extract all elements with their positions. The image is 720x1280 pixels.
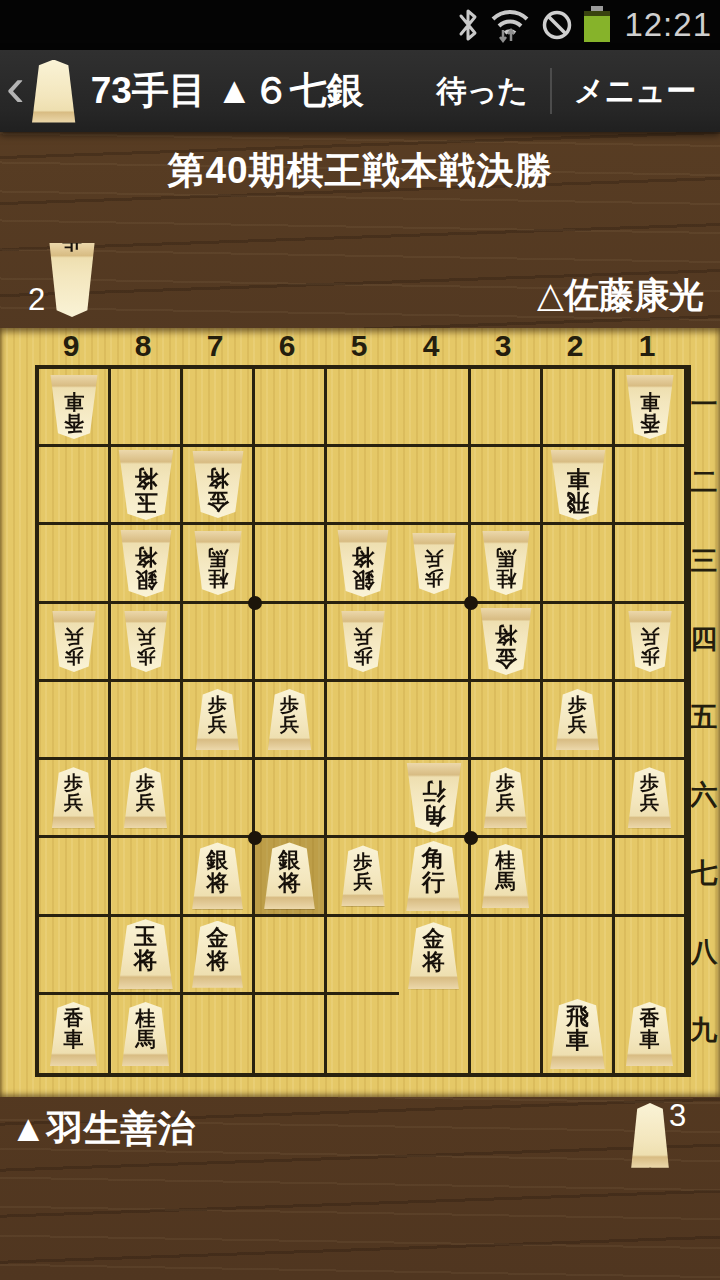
board-cell-2七[interactable] — [543, 838, 615, 916]
board-cell-7一[interactable] — [183, 369, 255, 447]
board-cell-6五[interactable]: 歩兵 — [255, 682, 327, 760]
shogi-piece-gote-銀将[interactable]: 銀将 — [119, 530, 173, 597]
board-cell-8四[interactable]: 歩兵 — [111, 604, 183, 682]
event-title: 第40期棋王戦本戦決勝 — [0, 146, 720, 196]
board-cell-9八[interactable] — [39, 917, 111, 995]
board-cell-6八[interactable] — [255, 917, 327, 995]
board-cell-5七[interactable]: 歩兵 — [327, 838, 399, 916]
board-cell-4八[interactable]: 金将 — [399, 917, 471, 995]
shogi-piece-gote-銀将[interactable]: 銀将 — [336, 530, 390, 597]
file-label-1: 1 — [611, 329, 683, 363]
board-cell-8三[interactable]: 銀将 — [111, 525, 183, 603]
bluetooth-icon — [456, 7, 480, 43]
gote-hand-pawn[interactable]: 歩 兵 — [48, 243, 96, 317]
board-cell-2一[interactable] — [543, 369, 615, 447]
board-cell-2二[interactable]: 飛車 — [543, 447, 615, 525]
shogi-board-grid: 香車香車玉将金将飛車銀将桂馬銀将歩兵桂馬歩兵歩兵歩兵金将歩兵歩兵歩兵歩兵歩兵歩兵… — [35, 365, 691, 1077]
file-label-2: 2 — [539, 329, 611, 363]
board-cell-7三[interactable]: 桂馬 — [183, 525, 255, 603]
battery-icon — [584, 6, 610, 44]
shogi-piece-gote-歩兵[interactable]: 歩兵 — [51, 611, 97, 672]
no-signal-icon — [540, 8, 574, 42]
board-cell-6二[interactable] — [255, 447, 327, 525]
board-cell-8一[interactable] — [111, 369, 183, 447]
board-cell-1七[interactable] — [615, 838, 687, 916]
board-cell-8五[interactable] — [111, 682, 183, 760]
shogi-piece-gote-歩兵[interactable]: 歩兵 — [411, 533, 457, 594]
shogi-piece-sente-玉将[interactable]: 玉将 — [117, 919, 175, 989]
shogi-piece-sente-飛車[interactable]: 飛車 — [549, 999, 607, 1069]
hoshi-dot — [464, 596, 478, 610]
file-label-8: 8 — [107, 329, 179, 363]
status-bar: 12:21 — [0, 0, 720, 50]
board-cell-3七[interactable]: 桂馬 — [471, 838, 543, 916]
board-cell-7七[interactable]: 銀将 — [183, 838, 255, 916]
shogi-piece-sente-金将[interactable]: 金将 — [191, 921, 245, 988]
board-cell-4七[interactable]: 角行 — [399, 838, 471, 916]
shogi-piece-sente-角行[interactable]: 角行 — [405, 841, 463, 911]
shogi-piece-gote-桂馬[interactable]: 桂馬 — [481, 531, 531, 595]
board-cell-8七[interactable] — [111, 838, 183, 916]
shogi-piece-sente-銀将[interactable]: 銀将 — [263, 842, 317, 909]
shogi-piece-gote-香車[interactable]: 香車 — [625, 375, 675, 439]
shogi-piece-sente-金将[interactable]: 金将 — [407, 922, 461, 989]
rank-label-九: 九 — [690, 991, 718, 1069]
board-cell-6四[interactable] — [255, 604, 327, 682]
board-cell-9二[interactable] — [39, 447, 111, 525]
gote-player-name: △佐藤康光 — [537, 272, 704, 319]
shogi-piece-sente-香車[interactable]: 香車 — [625, 1002, 675, 1066]
board-cell-2九[interactable]: 飛車 — [543, 995, 615, 1073]
shogi-piece-gote-角行[interactable]: 角行 — [405, 763, 463, 833]
hoshi-dot — [248, 596, 262, 610]
board-cell-7六[interactable] — [183, 760, 255, 838]
file-label-9: 9 — [35, 329, 107, 363]
board-cell-4五[interactable] — [399, 682, 471, 760]
board-cell-3二[interactable] — [471, 447, 543, 525]
gote-hand-pawn-count: 2 — [28, 282, 45, 318]
shogi-piece-gote-香車[interactable]: 香車 — [49, 375, 99, 439]
board-cell-9六[interactable]: 歩兵 — [39, 760, 111, 838]
shogi-piece-gote-飛車[interactable]: 飛車 — [549, 450, 607, 520]
board-cell-9九[interactable]: 香車 — [39, 995, 111, 1073]
board-cell-1一[interactable]: 香車 — [615, 369, 687, 447]
move-title: 73手目 ▲６七銀 — [91, 66, 364, 116]
board-cell-7八[interactable]: 金将 — [183, 917, 255, 995]
board-cell-3六[interactable]: 歩兵 — [471, 760, 543, 838]
board-cell-8九[interactable]: 桂馬 — [111, 995, 183, 1073]
rank-label-三: 三 — [690, 521, 718, 599]
shogi-piece-sente-桂馬[interactable]: 桂馬 — [121, 1002, 171, 1066]
board-cell-5一[interactable] — [327, 369, 399, 447]
shogi-piece-sente-歩兵[interactable]: 歩兵 — [267, 689, 313, 750]
board-cell-9四[interactable]: 歩兵 — [39, 604, 111, 682]
shogi-piece-sente-歩兵[interactable]: 歩兵 — [555, 689, 601, 750]
board-cell-3四[interactable]: 金将 — [471, 604, 543, 682]
board-cell-6九[interactable] — [255, 995, 327, 1073]
file-label-4: 4 — [395, 329, 467, 363]
board-cell-5五[interactable] — [327, 682, 399, 760]
board-cell-7五[interactable]: 歩兵 — [183, 682, 255, 760]
board-cell-5二[interactable] — [327, 447, 399, 525]
rank-label-六: 六 — [690, 756, 718, 834]
sente-hand-pawn[interactable]: 歩 兵 — [630, 1103, 670, 1168]
shogi-piece-gote-歩兵[interactable]: 歩兵 — [123, 611, 169, 672]
shogi-board-panel: 987654321 一二三四五六七八九 香車香車玉将金将飛車銀将桂馬銀将歩兵桂馬… — [0, 328, 720, 1097]
board-cell-5九[interactable] — [327, 995, 399, 1073]
board-cell-9三[interactable] — [39, 525, 111, 603]
board-cell-3八[interactable] — [471, 917, 543, 995]
matta-button[interactable]: 待った — [426, 71, 537, 112]
shogi-app-screen: { "game": "shogi", "status_bar": { "time… — [0, 0, 720, 1280]
board-cell-2六[interactable] — [543, 760, 615, 838]
header-bar: ‹ 歩 兵 73手目 ▲６七銀 待った メニュー — [0, 50, 720, 132]
shogi-piece-sente-歩兵[interactable]: 歩兵 — [51, 767, 97, 828]
board-cell-4六[interactable]: 角行 — [399, 760, 471, 838]
board-cell-7四[interactable] — [183, 604, 255, 682]
board-cell-9七[interactable] — [39, 838, 111, 916]
sente-player-name: ▲羽生善治 — [10, 1104, 195, 1154]
shogi-piece-sente-歩兵[interactable]: 歩兵 — [340, 845, 386, 906]
shogi-piece-gote-金将[interactable]: 金将 — [479, 608, 533, 675]
shogi-piece-gote-歩兵[interactable]: 歩兵 — [340, 611, 386, 672]
back-button[interactable]: ‹ — [6, 59, 25, 115]
shogi-piece-sente-桂馬[interactable]: 桂馬 — [481, 844, 531, 908]
file-label-5: 5 — [323, 329, 395, 363]
board-cell-9一[interactable]: 香車 — [39, 369, 111, 447]
shogi-piece-sente-歩兵[interactable]: 歩兵 — [195, 689, 241, 750]
board-cell-3九[interactable] — [471, 995, 543, 1073]
file-labels: 987654321 — [35, 329, 683, 363]
board-cell-3一[interactable] — [471, 369, 543, 447]
board-cell-1六[interactable]: 歩兵 — [615, 760, 687, 838]
board-cell-5八[interactable] — [327, 917, 399, 995]
board-cell-2四[interactable] — [543, 604, 615, 682]
shogi-piece-sente-歩兵[interactable]: 歩兵 — [123, 767, 169, 828]
board-cell-2五[interactable]: 歩兵 — [543, 682, 615, 760]
file-label-6: 6 — [251, 329, 323, 363]
board-cell-9五[interactable] — [39, 682, 111, 760]
board-cell-6三[interactable] — [255, 525, 327, 603]
board-cell-4二[interactable] — [399, 447, 471, 525]
board-cell-6六[interactable] — [255, 760, 327, 838]
shogi-piece-gote-金将[interactable]: 金将 — [191, 451, 245, 518]
board-cell-4一[interactable] — [399, 369, 471, 447]
board-cell-8六[interactable]: 歩兵 — [111, 760, 183, 838]
board-cell-7九[interactable] — [183, 995, 255, 1073]
board-cell-1三[interactable] — [615, 525, 687, 603]
file-label-3: 3 — [467, 329, 539, 363]
board-cell-2八[interactable] — [543, 917, 615, 995]
menu-button[interactable]: メニュー — [564, 71, 706, 112]
rank-label-七: 七 — [690, 834, 718, 912]
rank-label-一: 一 — [690, 365, 718, 443]
hoshi-dot — [248, 831, 262, 845]
board-cell-6一[interactable] — [255, 369, 327, 447]
board-cell-2三[interactable] — [543, 525, 615, 603]
board-cell-3五[interactable] — [471, 682, 543, 760]
board-cell-4三[interactable]: 歩兵 — [399, 525, 471, 603]
header-divider — [550, 68, 552, 114]
board-cell-1九[interactable]: 香車 — [615, 995, 687, 1073]
wifi-icon — [490, 6, 530, 44]
shogi-piece-sente-歩兵[interactable]: 歩兵 — [483, 767, 529, 828]
rank-label-二: 二 — [690, 443, 718, 521]
shogi-piece-gote-桂馬[interactable]: 桂馬 — [193, 531, 243, 595]
shogi-piece-gote-玉将[interactable]: 玉将 — [117, 450, 175, 520]
board-cell-5四[interactable]: 歩兵 — [327, 604, 399, 682]
rank-label-四: 四 — [690, 600, 718, 678]
hoshi-dot — [464, 831, 478, 845]
board-cell-6七[interactable]: 銀将 — [255, 838, 327, 916]
file-label-7: 7 — [179, 329, 251, 363]
board-cell-5六[interactable] — [327, 760, 399, 838]
board-cell-1四[interactable]: 歩兵 — [615, 604, 687, 682]
shogi-piece-sente-歩兵[interactable]: 歩兵 — [627, 767, 673, 828]
board-cell-4四[interactable] — [399, 604, 471, 682]
board-cell-4九[interactable] — [399, 995, 471, 1073]
board-cell-8二[interactable]: 玉将 — [111, 447, 183, 525]
board-cell-3三[interactable]: 桂馬 — [471, 525, 543, 603]
sente-hand-pawn-count: 3 — [669, 1098, 686, 1134]
shogi-piece-gote-歩兵[interactable]: 歩兵 — [627, 611, 673, 672]
rank-labels: 一二三四五六七八九 — [690, 365, 718, 1069]
clock-time: 12:21 — [624, 6, 712, 44]
board-cell-1二[interactable] — [615, 447, 687, 525]
shogi-piece-sente-香車[interactable]: 香車 — [49, 1002, 99, 1066]
rank-label-八: 八 — [690, 913, 718, 991]
board-cell-8八[interactable]: 玉将 — [111, 917, 183, 995]
shogi-piece-sente-銀将[interactable]: 銀将 — [191, 842, 245, 909]
board-cell-5三[interactable]: 銀将 — [327, 525, 399, 603]
header-pawn-icon: 歩 兵 — [31, 60, 77, 123]
board-cell-1八[interactable] — [615, 917, 687, 995]
board-cell-1五[interactable] — [615, 682, 687, 760]
board-cell-7二[interactable]: 金将 — [183, 447, 255, 525]
rank-label-五: 五 — [690, 678, 718, 756]
